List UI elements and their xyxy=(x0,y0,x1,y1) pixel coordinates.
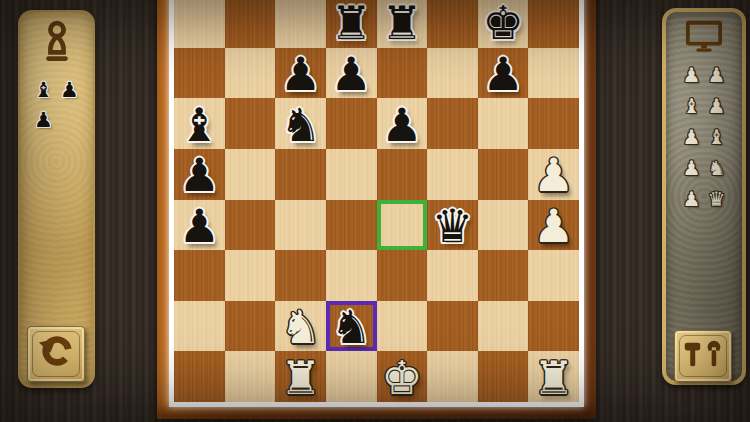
square-a6[interactable]: ♝ xyxy=(174,98,225,149)
square-f4[interactable]: ♛ xyxy=(427,200,478,251)
captured-white-pawn: ♟ xyxy=(704,65,729,85)
undo-button[interactable] xyxy=(27,326,85,382)
captured-white-pawn: ♟ xyxy=(679,158,704,178)
captured-white-pawn: ♟ xyxy=(704,96,729,116)
square-h3[interactable] xyxy=(528,250,579,301)
captured-white-knight: ♞ xyxy=(704,158,729,178)
square-a3[interactable] xyxy=(174,250,225,301)
square-h6[interactable] xyxy=(528,98,579,149)
square-f5[interactable] xyxy=(427,149,478,200)
square-f6[interactable] xyxy=(427,98,478,149)
white-pawn: ♟ xyxy=(533,152,574,198)
chess-board[interactable]: ♜♜♚♟♟♟♝♞♟♟♟♟♛♟♞♞♜♚♜ xyxy=(174,0,579,402)
white-rook: ♜ xyxy=(533,355,574,401)
square-b5[interactable] xyxy=(225,149,276,200)
black-knight: ♞ xyxy=(331,304,372,350)
square-f7[interactable] xyxy=(427,48,478,99)
black-rook: ♜ xyxy=(381,0,422,46)
hammer-wrench-icon xyxy=(682,338,724,375)
captured-black-pawn: ♟ xyxy=(31,110,57,131)
square-f1[interactable] xyxy=(427,351,478,402)
black-pawn: ♟ xyxy=(482,51,523,97)
square-c3[interactable] xyxy=(275,250,326,301)
square-b1[interactable] xyxy=(225,351,276,402)
black-knight: ♞ xyxy=(280,102,321,148)
square-g3[interactable] xyxy=(478,250,529,301)
player-pawn-icon xyxy=(40,20,74,68)
square-g2[interactable] xyxy=(478,301,529,352)
undo-arrow-icon xyxy=(37,333,75,375)
square-e1[interactable]: ♚ xyxy=(377,351,428,402)
square-e3[interactable] xyxy=(377,250,428,301)
player-panel: ♝♟♟ xyxy=(18,10,95,388)
captured-white-pawn: ♟ xyxy=(679,65,704,85)
black-rook: ♜ xyxy=(331,0,372,46)
black-bishop: ♝ xyxy=(179,102,220,148)
square-b3[interactable] xyxy=(225,250,276,301)
board-frame: ♜♜♚♟♟♟♝♞♟♟♟♟♛♟♞♞♜♚♜ xyxy=(157,0,596,419)
square-h2[interactable] xyxy=(528,301,579,352)
black-queen: ♛ xyxy=(432,203,473,249)
square-h4[interactable]: ♟ xyxy=(528,200,579,251)
square-a8[interactable] xyxy=(174,0,225,48)
square-e8[interactable]: ♜ xyxy=(377,0,428,48)
square-a7[interactable] xyxy=(174,48,225,99)
captured-white-queen: ♛ xyxy=(704,189,729,209)
square-e7[interactable] xyxy=(377,48,428,99)
square-f3[interactable] xyxy=(427,250,478,301)
square-h8[interactable] xyxy=(528,0,579,48)
black-pawn: ♟ xyxy=(381,102,422,148)
computer-monitor-icon xyxy=(685,20,723,57)
computer-captured-tray: ♟♟♝♟♟♝♟♞♟♛ xyxy=(679,65,729,209)
captured-white-bishop: ♝ xyxy=(704,127,729,147)
captured-white-pawn: ♟ xyxy=(679,189,704,209)
square-c8[interactable] xyxy=(275,0,326,48)
black-pawn: ♟ xyxy=(179,152,220,198)
square-h1[interactable]: ♜ xyxy=(528,351,579,402)
square-e6[interactable]: ♟ xyxy=(377,98,428,149)
square-d4[interactable] xyxy=(326,200,377,251)
settings-button[interactable] xyxy=(674,330,732,382)
square-e5[interactable] xyxy=(377,149,428,200)
square-a5[interactable]: ♟ xyxy=(174,149,225,200)
square-g8[interactable]: ♚ xyxy=(478,0,529,48)
square-e2[interactable] xyxy=(377,301,428,352)
square-g7[interactable]: ♟ xyxy=(478,48,529,99)
white-rook: ♜ xyxy=(280,355,321,401)
square-d7[interactable]: ♟ xyxy=(326,48,377,99)
square-e4[interactable] xyxy=(377,200,428,251)
square-d5[interactable] xyxy=(326,149,377,200)
white-pawn: ♟ xyxy=(533,203,574,249)
square-h5[interactable]: ♟ xyxy=(528,149,579,200)
black-pawn: ♟ xyxy=(280,51,321,97)
square-a2[interactable] xyxy=(174,301,225,352)
square-g6[interactable] xyxy=(478,98,529,149)
square-d8[interactable]: ♜ xyxy=(326,0,377,48)
square-a1[interactable] xyxy=(174,351,225,402)
computer-panel: ♟♟♝♟♟♝♟♞♟♛ xyxy=(662,8,746,385)
captured-black-bishop: ♝ xyxy=(31,80,57,101)
square-d3[interactable] xyxy=(326,250,377,301)
square-g5[interactable] xyxy=(478,149,529,200)
square-c5[interactable] xyxy=(275,149,326,200)
square-b7[interactable] xyxy=(225,48,276,99)
square-c6[interactable]: ♞ xyxy=(275,98,326,149)
white-king: ♚ xyxy=(381,355,422,401)
black-king: ♚ xyxy=(482,0,523,46)
player-captured-tray: ♝♟♟ xyxy=(31,80,83,131)
black-pawn: ♟ xyxy=(179,203,220,249)
square-c2[interactable]: ♞ xyxy=(275,301,326,352)
square-f2[interactable] xyxy=(427,301,478,352)
captured-white-bishop: ♝ xyxy=(679,96,704,116)
black-pawn: ♟ xyxy=(331,51,372,97)
square-c4[interactable] xyxy=(275,200,326,251)
square-d6[interactable] xyxy=(326,98,377,149)
square-c7[interactable]: ♟ xyxy=(275,48,326,99)
square-b4[interactable] xyxy=(225,200,276,251)
captured-black-pawn: ♟ xyxy=(57,80,83,101)
square-d2[interactable]: ♞ xyxy=(326,301,377,352)
square-b2[interactable] xyxy=(225,301,276,352)
square-c1[interactable]: ♜ xyxy=(275,351,326,402)
captured-white-pawn: ♟ xyxy=(679,127,704,147)
square-g1[interactable] xyxy=(478,351,529,402)
square-a4[interactable]: ♟ xyxy=(174,200,225,251)
square-f8[interactable] xyxy=(427,0,478,48)
square-d1[interactable] xyxy=(326,351,377,402)
white-knight: ♞ xyxy=(280,304,321,350)
square-g4[interactable] xyxy=(478,200,529,251)
square-b6[interactable] xyxy=(225,98,276,149)
square-h7[interactable] xyxy=(528,48,579,99)
board-inner-border: ♜♜♚♟♟♟♝♞♟♟♟♟♛♟♞♞♜♚♜ xyxy=(169,0,584,407)
square-b8[interactable] xyxy=(225,0,276,48)
